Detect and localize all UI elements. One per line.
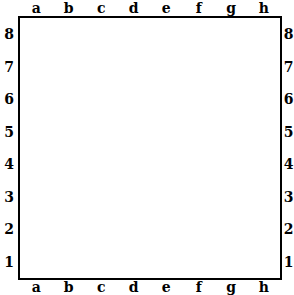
rank-label-5: 5 — [0, 116, 18, 149]
file-label-f: f — [183, 280, 216, 295]
file-label-d: d — [118, 280, 151, 295]
file-label-d: d — [118, 1, 151, 16]
rank-label-7: 7 — [0, 51, 18, 84]
chess-diagram: abcdefgh 87654321 87654321 abcdefgh — [0, 0, 294, 295]
chess-board — [18, 16, 282, 280]
rank-label-3: 3 — [0, 181, 18, 214]
file-label-g: g — [215, 280, 248, 295]
rank-labels-right: 87654321 — [283, 18, 294, 278]
rank-label-8: 8 — [283, 18, 294, 51]
file-label-e: e — [150, 280, 183, 295]
file-label-b: b — [53, 1, 86, 16]
rank-label-8: 8 — [0, 18, 18, 51]
file-label-a: a — [20, 280, 53, 295]
rank-label-7: 7 — [283, 51, 294, 84]
file-labels-top: abcdefgh — [20, 1, 280, 16]
file-label-e: e — [150, 1, 183, 16]
rank-label-3: 3 — [283, 181, 294, 214]
rank-label-1: 1 — [0, 246, 18, 279]
file-label-c: c — [85, 280, 118, 295]
rank-label-1: 1 — [283, 246, 294, 279]
file-label-c: c — [85, 1, 118, 16]
file-label-h: h — [248, 280, 281, 295]
rank-label-6: 6 — [0, 83, 18, 116]
file-label-h: h — [248, 1, 281, 16]
file-label-b: b — [53, 280, 86, 295]
file-label-f: f — [183, 1, 216, 16]
rank-label-4: 4 — [0, 148, 18, 181]
rank-label-2: 2 — [283, 213, 294, 246]
file-label-a: a — [20, 1, 53, 16]
file-label-g: g — [215, 1, 248, 16]
rank-label-6: 6 — [283, 83, 294, 116]
rank-label-4: 4 — [283, 148, 294, 181]
rank-label-5: 5 — [283, 116, 294, 149]
rank-label-2: 2 — [0, 213, 18, 246]
file-labels-bottom: abcdefgh — [20, 280, 280, 295]
rank-labels-left: 87654321 — [0, 18, 18, 278]
